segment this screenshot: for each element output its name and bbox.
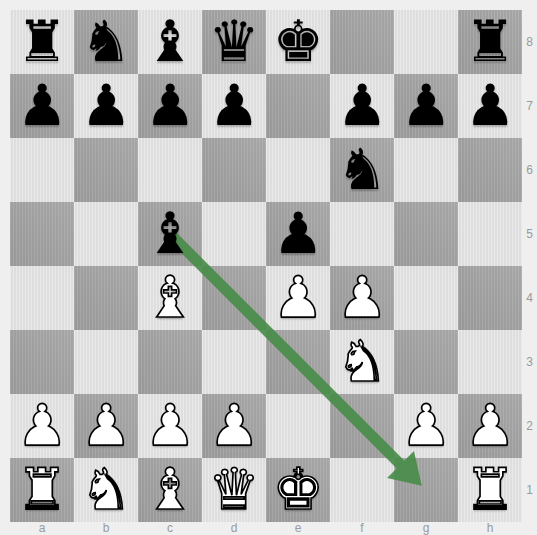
square-a6[interactable] xyxy=(10,138,74,202)
square-f5[interactable] xyxy=(330,202,394,266)
piece-black-rook[interactable]: ♜ xyxy=(10,10,74,74)
rank-label-1: 1 xyxy=(522,458,537,522)
square-c8[interactable]: ♝ xyxy=(138,10,202,74)
square-a1[interactable]: ♜ xyxy=(10,458,74,522)
square-e8[interactable]: ♚ xyxy=(266,10,330,74)
square-b8[interactable]: ♞ xyxy=(74,10,138,74)
square-g2[interactable]: ♟ xyxy=(394,394,458,458)
chess-board: ♜♞♝♛♚♜♟♟♟♟♟♟♟♞♝♟♝♟♟♞♟♟♟♟♟♟♜♞♝♛♚♜ xyxy=(10,10,522,522)
square-h5[interactable] xyxy=(458,202,522,266)
file-label-e: e xyxy=(266,521,330,535)
piece-white-bishop[interactable]: ♝ xyxy=(138,458,202,522)
piece-black-pawn[interactable]: ♟ xyxy=(10,74,74,138)
square-d4[interactable] xyxy=(202,266,266,330)
file-label-f: f xyxy=(330,521,394,535)
piece-white-pawn[interactable]: ♟ xyxy=(202,394,266,458)
piece-black-pawn[interactable]: ♟ xyxy=(394,74,458,138)
square-h8[interactable]: ♜ xyxy=(458,10,522,74)
file-label-c: c xyxy=(138,521,202,535)
piece-white-pawn[interactable]: ♟ xyxy=(266,266,330,330)
rank-label-7: 7 xyxy=(522,74,537,138)
piece-black-rook[interactable]: ♜ xyxy=(458,10,522,74)
piece-white-rook[interactable]: ♜ xyxy=(10,458,74,522)
square-f8[interactable] xyxy=(330,10,394,74)
piece-white-pawn[interactable]: ♟ xyxy=(394,394,458,458)
file-label-b: b xyxy=(74,521,138,535)
piece-black-bishop[interactable]: ♝ xyxy=(138,202,202,266)
piece-white-pawn[interactable]: ♟ xyxy=(10,394,74,458)
square-g7[interactable]: ♟ xyxy=(394,74,458,138)
file-label-g: g xyxy=(394,521,458,535)
piece-white-pawn[interactable]: ♟ xyxy=(458,394,522,458)
piece-black-pawn[interactable]: ♟ xyxy=(330,74,394,138)
square-d2[interactable]: ♟ xyxy=(202,394,266,458)
square-b4[interactable] xyxy=(74,266,138,330)
square-c3[interactable] xyxy=(138,330,202,394)
piece-black-knight[interactable]: ♞ xyxy=(330,138,394,202)
square-f2[interactable] xyxy=(330,394,394,458)
square-h2[interactable]: ♟ xyxy=(458,394,522,458)
square-f4[interactable]: ♟ xyxy=(330,266,394,330)
square-c5[interactable]: ♝ xyxy=(138,202,202,266)
square-f6[interactable]: ♞ xyxy=(330,138,394,202)
square-c6[interactable] xyxy=(138,138,202,202)
square-g8[interactable] xyxy=(394,10,458,74)
square-f7[interactable]: ♟ xyxy=(330,74,394,138)
piece-white-knight[interactable]: ♞ xyxy=(74,458,138,522)
piece-white-pawn[interactable]: ♟ xyxy=(330,266,394,330)
square-e7[interactable] xyxy=(266,74,330,138)
square-e5[interactable]: ♟ xyxy=(266,202,330,266)
board-grid: ♜♞♝♛♚♜♟♟♟♟♟♟♟♞♝♟♝♟♟♞♟♟♟♟♟♟♜♞♝♛♚♜ xyxy=(10,10,522,522)
file-label-d: d xyxy=(202,521,266,535)
square-g4[interactable] xyxy=(394,266,458,330)
square-e3[interactable] xyxy=(266,330,330,394)
square-h6[interactable] xyxy=(458,138,522,202)
square-c2[interactable]: ♟ xyxy=(138,394,202,458)
square-b5[interactable] xyxy=(74,202,138,266)
piece-black-knight[interactable]: ♞ xyxy=(74,10,138,74)
square-e6[interactable] xyxy=(266,138,330,202)
piece-black-pawn[interactable]: ♟ xyxy=(202,74,266,138)
square-d3[interactable] xyxy=(202,330,266,394)
piece-white-queen[interactable]: ♛ xyxy=(202,458,266,522)
square-c4[interactable]: ♝ xyxy=(138,266,202,330)
piece-white-pawn[interactable]: ♟ xyxy=(138,394,202,458)
square-c7[interactable]: ♟ xyxy=(138,74,202,138)
square-b3[interactable] xyxy=(74,330,138,394)
piece-white-rook[interactable]: ♜ xyxy=(458,458,522,522)
square-a4[interactable] xyxy=(10,266,74,330)
square-e1[interactable]: ♚ xyxy=(266,458,330,522)
square-e4[interactable]: ♟ xyxy=(266,266,330,330)
square-g1[interactable] xyxy=(394,458,458,522)
piece-black-queen[interactable]: ♛ xyxy=(202,10,266,74)
square-a5[interactable] xyxy=(10,202,74,266)
piece-black-pawn[interactable]: ♟ xyxy=(74,74,138,138)
square-b2[interactable]: ♟ xyxy=(74,394,138,458)
square-h7[interactable]: ♟ xyxy=(458,74,522,138)
file-coordinates: abcdefgh xyxy=(10,521,522,535)
rank-label-3: 3 xyxy=(522,330,537,394)
square-h3[interactable] xyxy=(458,330,522,394)
square-d6[interactable] xyxy=(202,138,266,202)
square-a8[interactable]: ♜ xyxy=(10,10,74,74)
file-label-a: a xyxy=(10,521,74,535)
square-g6[interactable] xyxy=(394,138,458,202)
rank-label-6: 6 xyxy=(522,138,537,202)
file-label-h: h xyxy=(458,521,522,535)
square-d5[interactable] xyxy=(202,202,266,266)
square-f3[interactable]: ♞ xyxy=(330,330,394,394)
square-b7[interactable]: ♟ xyxy=(74,74,138,138)
square-f1[interactable] xyxy=(330,458,394,522)
square-a7[interactable]: ♟ xyxy=(10,74,74,138)
square-a2[interactable]: ♟ xyxy=(10,394,74,458)
piece-black-king[interactable]: ♚ xyxy=(266,10,330,74)
square-g3[interactable] xyxy=(394,330,458,394)
piece-white-king[interactable]: ♚ xyxy=(266,458,330,522)
rank-label-8: 8 xyxy=(522,10,537,74)
square-b6[interactable] xyxy=(74,138,138,202)
square-e2[interactable] xyxy=(266,394,330,458)
square-g5[interactable] xyxy=(394,202,458,266)
rank-label-4: 4 xyxy=(522,266,537,330)
square-d8[interactable]: ♛ xyxy=(202,10,266,74)
piece-black-pawn[interactable]: ♟ xyxy=(458,74,522,138)
square-c1[interactable]: ♝ xyxy=(138,458,202,522)
square-d7[interactable]: ♟ xyxy=(202,74,266,138)
square-h1[interactable]: ♜ xyxy=(458,458,522,522)
square-h4[interactable] xyxy=(458,266,522,330)
rank-label-2: 2 xyxy=(522,394,537,458)
rank-coordinates: 87654321 xyxy=(522,10,537,522)
rank-label-5: 5 xyxy=(522,202,537,266)
piece-white-pawn[interactable]: ♟ xyxy=(74,394,138,458)
square-a3[interactable] xyxy=(10,330,74,394)
piece-white-knight[interactable]: ♞ xyxy=(330,330,394,394)
square-d1[interactable]: ♛ xyxy=(202,458,266,522)
piece-black-pawn[interactable]: ♟ xyxy=(138,74,202,138)
piece-black-pawn[interactable]: ♟ xyxy=(266,202,330,266)
piece-black-bishop[interactable]: ♝ xyxy=(138,10,202,74)
piece-white-bishop[interactable]: ♝ xyxy=(138,266,202,330)
square-b1[interactable]: ♞ xyxy=(74,458,138,522)
